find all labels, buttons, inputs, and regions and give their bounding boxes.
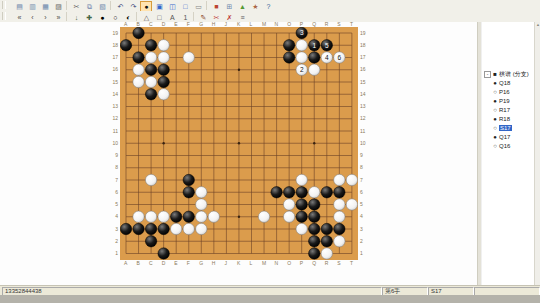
coord-row-11-right: 11 [360,129,370,134]
bottom-strip [0,295,540,303]
coord-row-8-right: 8 [360,165,370,170]
white-stone-H4 [208,211,219,222]
black-stone-C14 [145,89,156,100]
white-stone-G3 [196,223,207,234]
white-stone-G5 [196,199,207,210]
coord-col-Q-top: Q [312,22,316,27]
white-move-icon: ○ [492,124,498,133]
white-stone-T5 [346,199,357,210]
black-stone-O6 [283,187,294,198]
game-tree-panel: -■棋谱 (分支)●Q18○P16●P19○R17●R18○S17●Q17○Q1… [481,22,535,285]
white-stone-D17 [158,52,169,63]
coord-col-H-bottom: H [212,261,216,266]
black-stone-P6 [296,187,307,198]
go-board[interactable]: 123456 [120,27,358,260]
app-window: ▤▥▦▨✂⧉▧↶↷●▣◫□▭■⊞▲★? «‹›»↓✚●○◐△□A1✎✂✗≡ AA… [0,0,540,303]
coord-col-N-bottom: N [275,261,279,266]
white-move-icon: ○ [492,142,498,151]
coord-row-6-right: 6 [360,190,370,195]
tree-move-item-6[interactable]: ○S17 [484,124,535,133]
white-stone-D18 [158,40,169,51]
coord-row-13-left: 13 [108,104,118,109]
black-stone-R6 [321,187,332,198]
white-stone-P17 [296,52,307,63]
black-stone-B3 [133,223,144,234]
white-stone-C17 [145,52,156,63]
coord-col-B-bottom: B [137,261,140,266]
white-stone-F17 [183,52,194,63]
white-stone-B16 [133,64,144,75]
black-stone-E4 [171,211,182,222]
black-stone-A18 [120,40,131,51]
black-stone-C16 [145,64,156,75]
tree-move-label: R18 [499,116,510,122]
coord-col-O-top: O [287,22,291,27]
black-stone-D16 [158,64,169,75]
black-stone-F4 [183,211,194,222]
coord-col-R-top: R [325,22,329,27]
white-stone-R1 [321,248,332,259]
white-stone-F3 [183,223,194,234]
white-stone-G6 [196,187,207,198]
tree-move-item-4[interactable]: ○R17 [484,106,535,115]
coord-col-H-top: H [212,22,216,27]
toolbar-separator [206,1,207,10]
coord-row-14-right: 14 [360,92,370,97]
white-stone-B15 [133,76,144,87]
coord-row-2-right: 2 [360,239,370,244]
black-stone-N6 [271,187,282,198]
coord-col-S-bottom: S [337,261,340,266]
black-stone-A3 [120,223,131,234]
coord-col-G-bottom: G [199,261,203,266]
tree-expander-icon[interactable]: - [484,71,491,78]
black-move-icon: ● [492,79,498,88]
coord-col-C-bottom: C [149,261,153,266]
coord-col-N-top: N [275,22,279,27]
coord-col-T-top: T [350,22,353,27]
white-stone-P3 [296,223,307,234]
tree-move-label: Q18 [499,80,510,86]
white-stone-Q16 [309,64,320,75]
coord-row-15-left: 15 [108,80,118,85]
coord-row-8-left: 8 [108,165,118,170]
coord-col-L-bottom: L [250,261,253,266]
coord-col-F-bottom: F [187,261,190,266]
coord-row-18-right: 18 [360,43,370,48]
white-stone-Q6 [309,187,320,198]
coord-row-11-left: 11 [108,129,118,134]
coord-row-4-right: 4 [360,214,370,219]
coord-row-6-left: 6 [108,190,118,195]
black-stone-B17 [133,52,144,63]
coord-col-D-bottom: D [162,261,166,266]
black-stone-S6 [334,187,345,198]
white-stone-O4 [283,211,294,222]
coord-col-E-bottom: E [174,261,177,266]
coord-col-T-bottom: T [350,261,353,266]
black-stone-Q3 [309,223,320,234]
coord-col-A-top: A [124,22,127,27]
coord-row-15-right: 15 [360,80,370,85]
white-stone-D14 [158,89,169,100]
white-stone-S4 [334,211,345,222]
coord-row-7-left: 7 [108,178,118,183]
coord-col-G-top: G [199,22,203,27]
move-number-3: 3 [300,29,304,36]
toolbar-separator [136,12,137,21]
coord-row-17-left: 17 [108,55,118,60]
tree-move-item-7[interactable]: ●Q17 [484,133,535,142]
tree-move-label: P19 [499,98,510,104]
black-stone-O18 [283,40,294,51]
tree-move-item-3[interactable]: ●P19 [484,97,535,106]
coord-col-B-top: B [137,22,140,27]
white-stone-D4 [158,211,169,222]
coord-col-F-top: F [187,22,190,27]
tree-move-label: S17 [499,125,512,131]
toolbar-separator [110,1,111,10]
white-stone-C4 [145,211,156,222]
black-stone-S3 [334,223,345,234]
coord-col-E-top: E [174,22,177,27]
toolbar-grip-2[interactable] [2,12,6,20]
tree-move-item-2[interactable]: ○P16 [484,88,535,97]
move-number-5: 5 [325,42,329,49]
black-stone-P4 [296,211,307,222]
black-stone-Q4 [309,211,320,222]
black-stone-F6 [183,187,194,198]
white-stone-C7 [145,174,156,185]
coord-row-2-left: 2 [108,239,118,244]
white-stone-P7 [296,174,307,185]
coord-col-O-bottom: O [287,261,291,266]
coord-col-R-bottom: R [325,261,329,266]
move-number-1: 1 [312,42,316,49]
tree-root-label: 棋谱 (分支) [499,71,529,77]
black-stone-Q1 [309,248,320,259]
white-stone-S5 [334,199,345,210]
tree-move-label: P16 [499,89,510,95]
coord-row-19-right: 19 [360,31,370,36]
black-move-icon: ● [492,133,498,142]
coord-col-A-bottom: A [124,261,127,266]
coord-row-16-right: 16 [360,67,370,72]
coord-row-14-left: 14 [108,92,118,97]
scroll-up-icon[interactable]: ▲ [535,22,540,28]
black-stone-R2 [321,236,332,247]
white-stone-M4 [258,211,269,222]
coord-row-17-right: 17 [360,55,370,60]
coord-col-Q-bottom: Q [312,261,316,266]
white-stone-O5 [283,199,294,210]
toolbar-separator [193,12,194,21]
white-stone-T7 [346,174,357,185]
move-number-2: 2 [300,66,304,73]
black-stone-F7 [183,174,194,185]
move-number-6: 6 [338,54,342,61]
toolbar-separator [66,1,67,10]
coord-col-D-top: D [162,22,166,27]
coord-col-P-top: P [300,22,303,27]
coord-row-12-right: 12 [360,116,370,121]
move-number-4: 4 [325,54,329,61]
white-stone-S7 [334,174,345,185]
black-stone-C2 [145,236,156,247]
white-stone-P18 [296,40,307,51]
coord-row-4-left: 4 [108,214,118,219]
board-area: AABBCCDDEEFFGGHHJJKKLLMMNNOOPPQQRRSSTT19… [0,22,477,285]
white-move-icon: ○ [492,106,498,115]
black-stone-Q17 [309,52,320,63]
coord-col-M-top: M [262,22,266,27]
black-stone-B19 [133,27,144,38]
coord-col-S-top: S [337,22,340,27]
coord-col-M-bottom: M [262,261,266,266]
black-stone-C18 [145,40,156,51]
black-stone-D1 [158,248,169,259]
coord-row-10-right: 10 [360,141,370,146]
white-stone-E3 [171,223,182,234]
coord-col-J-bottom: J [224,261,227,266]
black-stone-Q5 [309,199,320,210]
toolbar-grip[interactable] [2,1,6,9]
move-tree: -■棋谱 (分支)●Q18○P16●P19○R17●R18○S17●Q17○Q1… [484,70,535,151]
tree-move-item-5[interactable]: ●R18 [484,115,535,124]
coord-row-1-left: 1 [108,251,118,256]
coord-row-19-left: 19 [108,31,118,36]
black-stone-O17 [283,52,294,63]
tree-root-icon: ■ [492,70,498,79]
coord-row-13-right: 13 [360,104,370,109]
black-stone-D3 [158,223,169,234]
coord-row-7-right: 7 [360,178,370,183]
coord-row-9-left: 9 [108,153,118,158]
tree-root[interactable]: -■棋谱 (分支) [484,70,535,79]
tree-move-label: R17 [499,107,510,113]
coord-col-L-top: L [250,22,253,27]
coord-col-P-bottom: P [300,261,303,266]
coord-col-K-bottom: K [237,261,240,266]
black-stone-P5 [296,199,307,210]
coord-col-K-top: K [237,22,240,27]
panel-scrollbar[interactable]: ▲ [534,22,540,285]
coord-row-3-right: 3 [360,227,370,232]
coord-col-J-top: J [224,22,227,27]
coord-row-18-left: 18 [108,43,118,48]
coord-row-16-left: 16 [108,67,118,72]
black-move-icon: ● [492,115,498,124]
black-stone-C3 [145,223,156,234]
black-stone-R3 [321,223,332,234]
black-stone-D15 [158,76,169,87]
coord-row-9-right: 9 [360,153,370,158]
coord-row-10-left: 10 [108,141,118,146]
toolbar-separator [66,12,67,21]
tree-move-label: Q17 [499,134,510,140]
coord-row-1-right: 1 [360,251,370,256]
tree-move-item-1[interactable]: ●Q18 [484,79,535,88]
coord-row-12-left: 12 [108,116,118,121]
coord-row-5-right: 5 [360,202,370,207]
white-move-icon: ○ [492,88,498,97]
coord-row-5-left: 5 [108,202,118,207]
white-stone-S2 [334,236,345,247]
tree-move-label: Q16 [499,143,510,149]
white-stone-G4 [196,211,207,222]
black-stone-Q2 [309,236,320,247]
coord-col-C-top: C [149,22,153,27]
white-stone-B4 [133,211,144,222]
tree-move-item-8[interactable]: ○Q16 [484,142,535,151]
white-stone-C15 [145,76,156,87]
black-move-icon: ● [492,97,498,106]
coord-row-3-left: 3 [108,227,118,232]
